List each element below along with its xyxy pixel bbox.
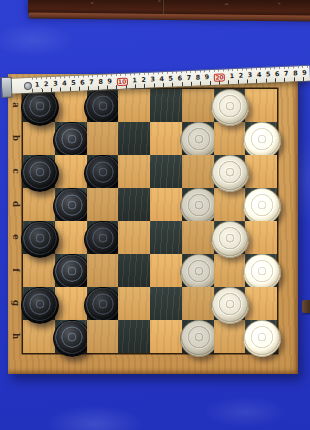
square-h7[interactable] (214, 320, 246, 353)
black-piece[interactable]: ⛂ (21, 89, 59, 126)
square-f4[interactable] (118, 254, 150, 287)
ruler-number: 4 (159, 76, 164, 83)
square-f5[interactable] (150, 254, 182, 287)
ruler-number: 10 (116, 77, 128, 85)
square-c3[interactable]: ⛂ (87, 155, 119, 188)
square-a4[interactable] (118, 89, 150, 122)
ruler-number: 9 (107, 79, 112, 86)
checkers-board: ⛂⛂⛀⛂⛀⛀⛂⛂⛀⛂⛀⛀⛂⛂⛀⛂⛀⛀⛂⛂⛀⛂⛀⛀ abcdefgh (8, 74, 298, 374)
square-c1[interactable]: ⛂ (23, 155, 55, 188)
white-piece[interactable]: ⛀ (243, 188, 281, 225)
white-piece[interactable]: ⛀ (243, 254, 281, 291)
square-g7[interactable]: ⛀ (214, 287, 246, 320)
square-a6[interactable] (182, 89, 214, 122)
ruler-number: 2 (239, 73, 244, 80)
edge-label-d: d (11, 198, 21, 211)
square-b8[interactable]: ⛀ (245, 122, 277, 155)
ruler-number: 6 (177, 75, 182, 82)
white-piece[interactable]: ⛀ (243, 122, 281, 159)
black-piece[interactable]: ⛂ (84, 287, 122, 324)
square-b6[interactable]: ⛀ (182, 122, 214, 155)
white-piece[interactable]: ⛀ (243, 320, 281, 357)
square-f7[interactable] (214, 254, 246, 287)
ruler-number: 5 (168, 76, 173, 83)
ruler-number: 9 (302, 70, 307, 77)
white-piece[interactable]: ⛀ (180, 188, 218, 225)
edge-label-c: c (11, 165, 21, 178)
square-b3[interactable] (87, 122, 119, 155)
white-piece[interactable]: ⛀ (211, 221, 249, 258)
square-b7[interactable] (214, 122, 246, 155)
ruler-number: 8 (293, 70, 298, 77)
black-piece[interactable]: ⛂ (53, 254, 91, 291)
black-piece[interactable]: ⛂ (21, 287, 59, 324)
square-h4[interactable] (118, 320, 150, 353)
square-c7[interactable]: ⛀ (214, 155, 246, 188)
black-piece[interactable]: ⛂ (21, 221, 59, 258)
edge-label-g: g (11, 297, 21, 310)
ruler-number: 3 (53, 81, 58, 88)
square-h3[interactable] (87, 320, 119, 353)
square-e3[interactable]: ⛂ (87, 221, 119, 254)
square-b5[interactable] (150, 122, 182, 155)
square-h2[interactable]: ⛂ (55, 320, 87, 353)
square-b4[interactable] (118, 122, 150, 155)
ruler-number: 8 (196, 75, 201, 82)
white-piece[interactable]: ⛀ (211, 287, 249, 324)
square-c5[interactable] (150, 155, 182, 188)
square-a7[interactable]: ⛀ (214, 89, 246, 122)
black-piece[interactable]: ⛂ (53, 320, 91, 357)
board-clasp-hinge (302, 300, 310, 313)
ruler-number: 1 (230, 73, 235, 80)
ruler-number: 1 (35, 82, 40, 89)
square-d7[interactable] (214, 188, 246, 221)
photo-scene: ⛂⛂⛀⛂⛀⛀⛂⛂⛀⛂⛀⛀⛂⛂⛀⛂⛀⛀⛂⛂⛀⛂⛀⛀ abcdefgh 123456… (0, 0, 310, 430)
ruler-number: 20 (214, 73, 226, 81)
white-piece[interactable]: ⛀ (211, 155, 249, 192)
ruler-number: 2 (141, 77, 146, 84)
white-piece[interactable]: ⛀ (211, 89, 249, 126)
black-piece[interactable]: ⛂ (84, 155, 122, 192)
white-piece[interactable]: ⛀ (180, 122, 218, 159)
white-piece[interactable]: ⛀ (180, 320, 218, 357)
ruler-number: 5 (71, 80, 76, 87)
square-h6[interactable]: ⛀ (182, 320, 214, 353)
ruler-number: 8 (98, 79, 103, 86)
edge-label-a: a (11, 99, 21, 112)
square-g8[interactable] (245, 287, 277, 320)
black-piece[interactable]: ⛂ (84, 89, 122, 126)
square-f8[interactable]: ⛀ (245, 254, 277, 287)
ruler-number: 1 (132, 77, 137, 84)
square-d1[interactable] (23, 188, 55, 221)
black-piece[interactable]: ⛂ (21, 155, 59, 192)
ruler-number: 7 (187, 75, 192, 82)
ruler-number: 6 (80, 80, 85, 87)
square-f3[interactable] (87, 254, 119, 287)
square-b1[interactable] (23, 122, 55, 155)
edge-label-h: h (11, 330, 21, 343)
square-f1[interactable] (23, 254, 55, 287)
square-h1[interactable] (23, 320, 55, 353)
square-d2[interactable]: ⛂ (55, 188, 87, 221)
square-f2[interactable]: ⛂ (55, 254, 87, 287)
tape-end-clip (1, 77, 13, 98)
square-g2[interactable] (55, 287, 87, 320)
ruler-number: 3 (248, 72, 253, 79)
square-e1[interactable]: ⛂ (23, 221, 55, 254)
square-c6[interactable] (182, 155, 214, 188)
square-e8[interactable] (245, 221, 277, 254)
square-d8[interactable]: ⛀ (245, 188, 277, 221)
edge-label-f: f (11, 264, 21, 277)
square-h8[interactable]: ⛀ (245, 320, 277, 353)
square-h5[interactable] (150, 320, 182, 353)
square-d6[interactable]: ⛀ (182, 188, 214, 221)
square-g6[interactable] (182, 287, 214, 320)
board-grid: ⛂⛂⛀⛂⛀⛀⛂⛂⛀⛂⛀⛀⛂⛂⛀⛂⛀⛀⛂⛂⛀⛂⛀⛀ (23, 89, 277, 353)
ruler-number: 3 (150, 77, 155, 84)
square-g3[interactable]: ⛂ (87, 287, 119, 320)
square-d4[interactable] (118, 188, 150, 221)
square-c8[interactable] (245, 155, 277, 188)
square-g4[interactable] (118, 287, 150, 320)
square-e7[interactable]: ⛀ (214, 221, 246, 254)
square-e4[interactable] (118, 221, 150, 254)
black-piece[interactable]: ⛂ (84, 221, 122, 258)
square-c4[interactable] (118, 155, 150, 188)
black-piece[interactable]: ⛂ (53, 188, 91, 225)
black-piece[interactable]: ⛂ (53, 122, 91, 159)
square-e5[interactable] (150, 221, 182, 254)
square-a8[interactable] (245, 89, 277, 122)
square-a2[interactable] (55, 89, 87, 122)
ruler-number: 7 (89, 79, 94, 86)
square-a3[interactable]: ⛂ (87, 89, 119, 122)
ruler-number: 2 (44, 81, 49, 88)
square-e6[interactable] (182, 221, 214, 254)
ruler-number: 5 (266, 72, 271, 79)
square-g1[interactable]: ⛂ (23, 287, 55, 320)
ruler-number: 9 (205, 74, 210, 81)
edge-label-b: b (11, 132, 21, 145)
ruler-number: 4 (257, 72, 262, 79)
wooden-box-lid (28, 0, 310, 17)
square-f6[interactable]: ⛀ (182, 254, 214, 287)
square-d3[interactable] (87, 188, 119, 221)
edge-label-e: e (11, 231, 21, 244)
tape-rivet-icon (24, 82, 32, 90)
ruler-number: 6 (275, 71, 280, 78)
square-a5[interactable] (150, 89, 182, 122)
square-e2[interactable] (55, 221, 87, 254)
square-c2[interactable] (55, 155, 87, 188)
square-b2[interactable]: ⛂ (55, 122, 87, 155)
ruler-number: 7 (284, 71, 289, 78)
square-d5[interactable] (150, 188, 182, 221)
square-g5[interactable] (150, 287, 182, 320)
white-piece[interactable]: ⛀ (180, 254, 218, 291)
ruler-number: 4 (62, 81, 67, 88)
